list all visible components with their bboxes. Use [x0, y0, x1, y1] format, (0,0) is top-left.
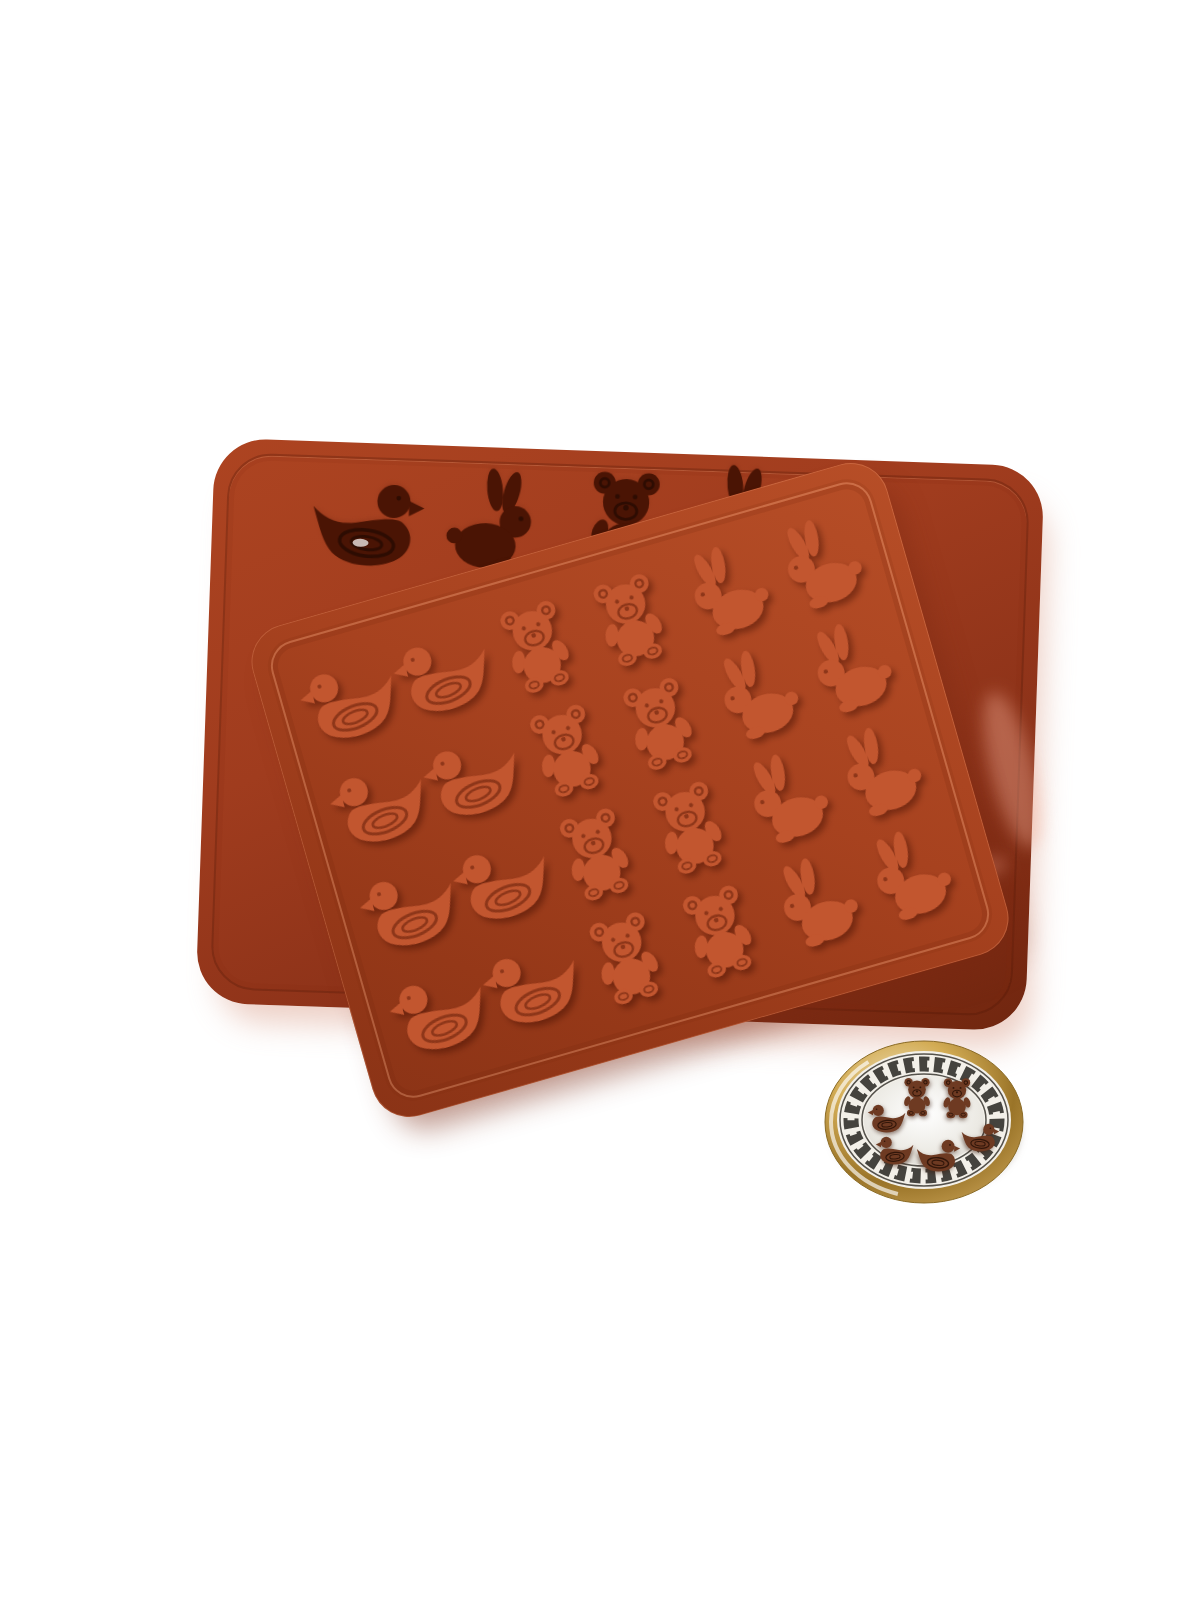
- bear-shape: [525, 702, 609, 802]
- plate-graphic: [823, 1040, 1025, 1204]
- rabbit-shape: [835, 717, 928, 821]
- rabbit-shape: [806, 613, 899, 717]
- bear-shape: [648, 779, 732, 879]
- rabbit-shape: [865, 821, 958, 925]
- bear-shape: [618, 675, 702, 775]
- bear-shape: [555, 805, 639, 905]
- chocolate-plate: [823, 1040, 1025, 1204]
- duck-shape: [355, 864, 464, 956]
- duck-shape: [418, 733, 527, 825]
- rabbit-shape: [683, 536, 776, 640]
- bear-shape: [678, 883, 762, 983]
- duck-shape: [448, 837, 557, 929]
- rabbit-shape: [776, 509, 869, 613]
- duck-shape: [295, 656, 404, 748]
- product-photo: [0, 0, 1200, 1600]
- bear-shape: [585, 909, 669, 1009]
- rabbit-shape: [712, 640, 805, 744]
- duck-shape: [325, 760, 434, 852]
- bear-shape: [495, 598, 579, 698]
- bear-shape: [588, 571, 672, 671]
- duck-shape: [389, 629, 498, 721]
- duck-shape: [478, 941, 587, 1033]
- duck-shape: [385, 968, 494, 1060]
- rabbit-shape: [772, 847, 865, 951]
- duck-cavity: [311, 482, 425, 567]
- rabbit-shape: [742, 743, 835, 847]
